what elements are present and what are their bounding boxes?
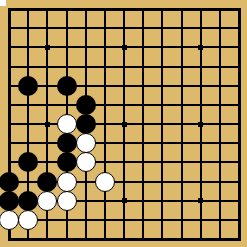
white-stone[interactable] [76,133,96,153]
black-stone[interactable] [0,172,19,192]
grid-line-vertical [238,8,241,241]
white-stone[interactable] [0,210,19,230]
black-stone[interactable] [18,191,38,211]
grid-line-vertical [181,8,183,241]
grid-line-horizontal [8,238,241,241]
white-stone[interactable] [18,210,38,230]
grid-line-horizontal [8,161,241,163]
grid-line-vertical [219,8,221,241]
star-point [198,198,203,203]
star-point [122,198,127,203]
corner-artifact [0,0,6,6]
star-point [122,122,127,127]
go-diagram [0,0,247,247]
white-stone[interactable] [57,172,77,192]
white-stone[interactable] [95,172,115,192]
star-point [122,45,127,50]
star-point [198,45,203,50]
star-point [45,45,50,50]
star-point [45,122,50,127]
white-stone[interactable] [57,114,77,134]
black-stone[interactable] [76,95,96,115]
black-stone[interactable] [57,133,77,153]
star-point [198,122,203,127]
grid-line-horizontal [8,142,241,144]
black-stone[interactable] [37,172,57,192]
black-stone[interactable] [76,114,96,134]
grid-line-horizontal [8,219,241,221]
grid-line-vertical [142,8,144,241]
black-stone[interactable] [57,152,77,172]
white-stone[interactable] [37,191,57,211]
black-stone[interactable] [0,191,19,211]
black-stone[interactable] [18,76,38,96]
white-stone[interactable] [76,152,96,172]
black-stone[interactable] [18,152,38,172]
white-stone[interactable] [57,191,77,211]
go-board[interactable] [0,0,247,247]
black-stone[interactable] [57,76,77,96]
grid-line-vertical [161,8,163,241]
